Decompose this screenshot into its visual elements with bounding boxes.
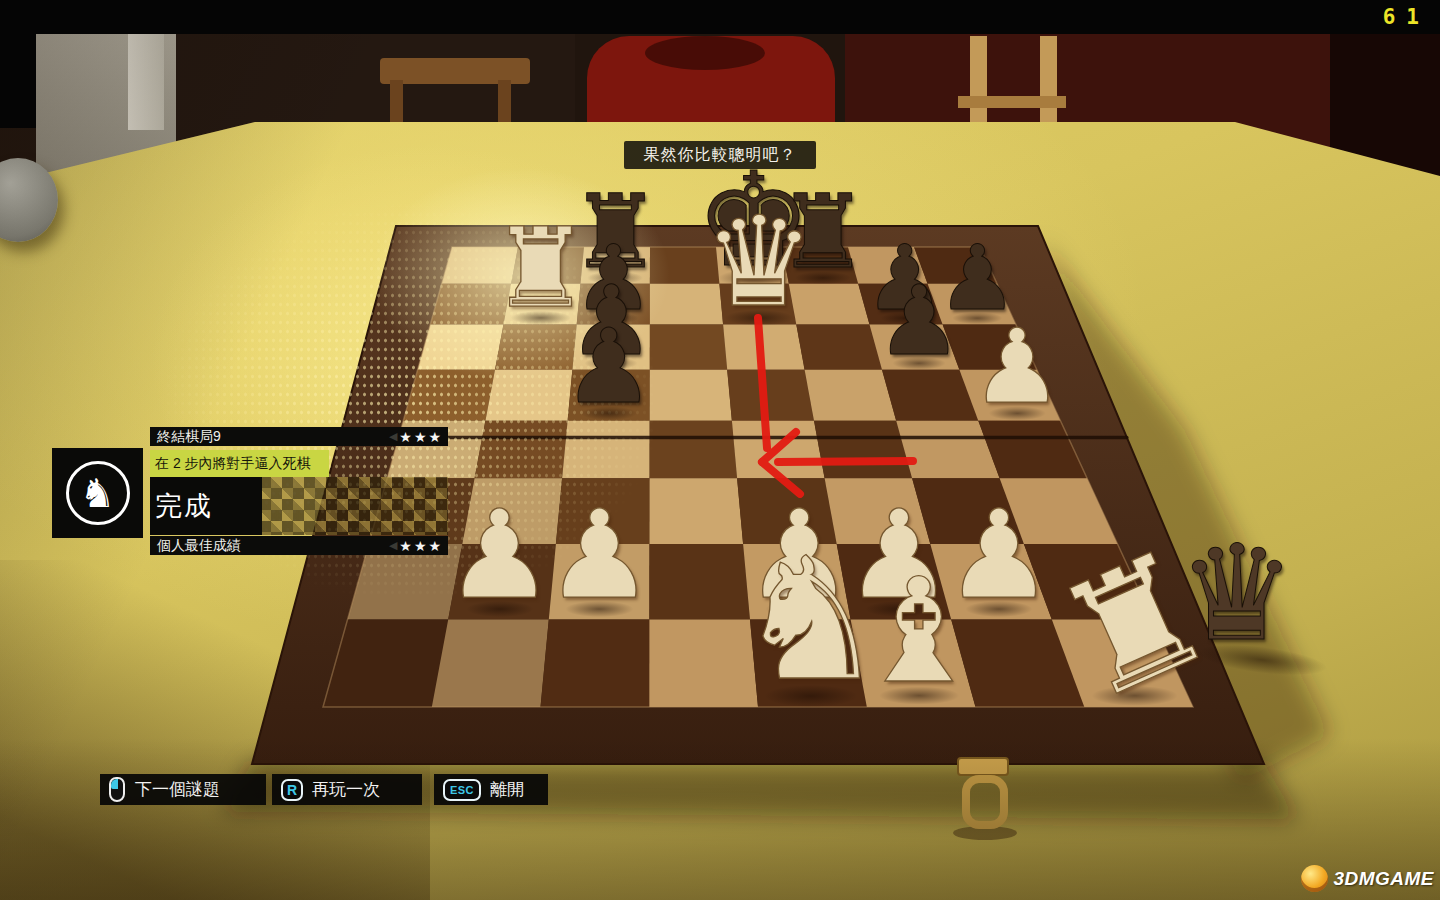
next-puzzle-label: 下一個謎題 (135, 778, 232, 801)
watermark-logo-icon (1301, 865, 1328, 892)
replay-button[interactable]: R 再玩一次 (272, 774, 422, 805)
watermark: 3DMGAME (1301, 865, 1434, 892)
exit-label: 離開 (490, 778, 536, 801)
puzzle-title: 終結棋局9 (150, 428, 389, 446)
replay-label: 再玩一次 (312, 778, 392, 801)
best-score-label: 個人最佳成績 (150, 537, 389, 555)
puzzle-panel: ♞ 終結棋局9 ◀ ★★★ 在 2 步內將對手逼入死棋 完成 個人最佳成績 ◀ … (0, 420, 460, 570)
chevron-left-icon: ◀ (389, 430, 397, 443)
key-esc-icon: ESC (443, 779, 481, 801)
key-r-icon: R (281, 779, 303, 801)
exit-button[interactable]: ESC 離開 (434, 774, 548, 805)
action-bar: 下一個謎題 R 再玩一次 ESC 離開 (0, 774, 700, 808)
status-strip: 完成 (150, 477, 448, 535)
speech-bubble: 果然你比較聰明吧？ (624, 141, 816, 169)
chevron-left-icon: ◀ (389, 539, 397, 552)
next-puzzle-button[interactable]: 下一個謎題 (100, 774, 266, 805)
letterbox-corner (0, 0, 36, 128)
title-stars: ★★★ (399, 429, 443, 445)
puzzle-title-row: 終結棋局9 ◀ ★★★ (150, 427, 448, 446)
best-stars: ★★★ (399, 538, 443, 554)
mouse-left-click-icon (109, 777, 125, 802)
letterbox-top (0, 0, 1440, 34)
puzzle-objective: 在 2 步內將對手逼入死棋 (150, 450, 329, 477)
puzzle-badge: ♞ (52, 448, 143, 538)
knight-icon: ♞ (66, 461, 130, 525)
watermark-text: 3DMGAME (1333, 868, 1434, 890)
best-score-row: 個人最佳成績 ◀ ★★★ (150, 536, 448, 555)
fps-counter: 61 (1383, 5, 1430, 29)
game-screen: ♜♚♜♜♟♛♟♟♟♟♟♟♟♟♟♟♟♞♝♜♛ 61 果然你比較聰明吧？ ♞ 終結棋… (0, 0, 1440, 900)
status-text: 完成 (150, 477, 262, 535)
